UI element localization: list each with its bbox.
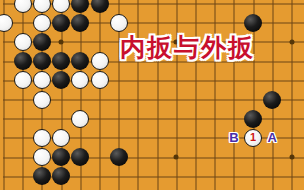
star-point bbox=[289, 155, 294, 160]
black-stone[interactable] bbox=[33, 33, 51, 51]
go-board[interactable]: 1BA bbox=[0, 0, 304, 190]
white-stone[interactable] bbox=[71, 71, 89, 89]
white-stone[interactable] bbox=[91, 71, 109, 89]
white-stone[interactable] bbox=[33, 129, 51, 147]
star-point bbox=[174, 155, 179, 160]
black-stone[interactable] bbox=[263, 91, 281, 109]
white-stone[interactable] bbox=[110, 14, 128, 32]
white-stone[interactable] bbox=[52, 129, 70, 147]
video-frame: 1BA 内扳与外扳 bbox=[0, 0, 304, 190]
black-stone[interactable] bbox=[52, 167, 70, 185]
black-stone[interactable] bbox=[71, 14, 89, 32]
black-stone[interactable] bbox=[52, 71, 70, 89]
lesson-title: 内扳与外扳 bbox=[120, 31, 255, 64]
black-stone[interactable] bbox=[244, 110, 262, 128]
white-stone[interactable] bbox=[33, 14, 51, 32]
star-point bbox=[289, 39, 294, 44]
black-stone[interactable] bbox=[52, 52, 70, 70]
black-stone[interactable] bbox=[71, 52, 89, 70]
option-label-a[interactable]: A bbox=[268, 131, 277, 144]
black-stone[interactable] bbox=[71, 148, 89, 166]
black-stone[interactable] bbox=[33, 167, 51, 185]
white-stone[interactable] bbox=[14, 71, 32, 89]
white-stone[interactable] bbox=[71, 110, 89, 128]
option-label-b[interactable]: B bbox=[229, 131, 238, 144]
white-stone[interactable] bbox=[14, 33, 32, 51]
black-stone[interactable] bbox=[52, 148, 70, 166]
white-stone[interactable] bbox=[33, 91, 51, 109]
white-stone[interactable] bbox=[33, 71, 51, 89]
black-stone[interactable] bbox=[33, 52, 51, 70]
black-stone[interactable] bbox=[110, 148, 128, 166]
white-stone[interactable] bbox=[91, 52, 109, 70]
star-point bbox=[59, 39, 64, 44]
move-number-label: 1 bbox=[250, 132, 256, 143]
white-stone[interactable] bbox=[33, 148, 51, 166]
black-stone[interactable] bbox=[14, 52, 32, 70]
black-stone[interactable] bbox=[244, 14, 262, 32]
white-stone[interactable]: 1 bbox=[244, 129, 262, 147]
black-stone[interactable] bbox=[52, 14, 70, 32]
